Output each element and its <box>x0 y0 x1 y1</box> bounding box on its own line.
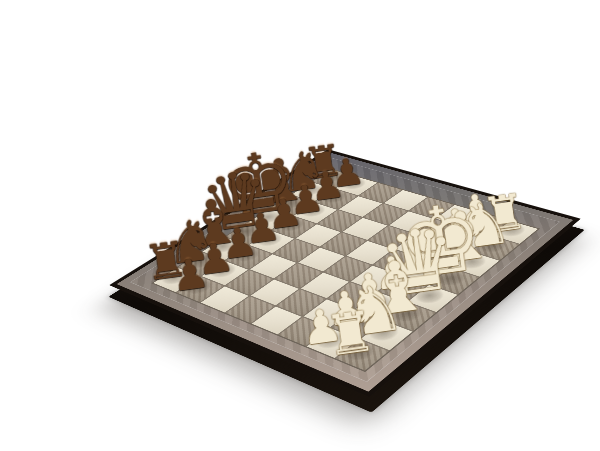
square-a4 <box>252 307 302 335</box>
product-photo-stage: ♜♞♝♛♚♝♞♜♟♟♟♟♟♟♟♟♟♟♟♟♟♟♟♟♜♞♝♛♚♝♞♜ <box>0 0 600 451</box>
chess-board: ♜♞♝♛♚♝♞♜♟♟♟♟♟♟♟♟♟♟♟♟♟♟♟♟♜♞♝♛♚♝♞♜ <box>109 149 581 397</box>
square-c5 <box>275 263 322 288</box>
square-b5 <box>251 280 299 306</box>
square-a6 <box>201 286 249 312</box>
square-b6 <box>226 270 273 295</box>
square-a5 <box>226 296 275 323</box>
photo-scene: ♜♞♝♛♚♝♞♜♟♟♟♟♟♟♟♟♟♟♟♟♟♟♟♟♜♞♝♛♚♝♞♜ <box>0 0 600 451</box>
